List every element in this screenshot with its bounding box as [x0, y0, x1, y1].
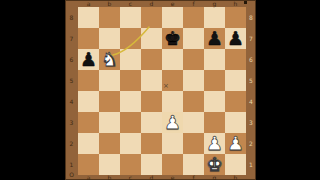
- white-king-g1[interactable]: ♚: [204, 154, 225, 175]
- square-d7[interactable]: [141, 28, 162, 49]
- file-label-bottom-b: b: [99, 174, 120, 180]
- square-e4[interactable]: [162, 91, 183, 112]
- rank-label-right-6: 6: [246, 49, 256, 70]
- square-d6[interactable]: [141, 49, 162, 70]
- square-h2[interactable]: ♟: [225, 133, 246, 154]
- square-h5[interactable]: [225, 70, 246, 91]
- square-c4[interactable]: [120, 91, 141, 112]
- file-label-bottom-d: d: [141, 174, 162, 180]
- white-pawn-g2[interactable]: ♟: [204, 133, 225, 154]
- square-e1[interactable]: [162, 154, 183, 175]
- rank-label-left-5: 5: [65, 70, 78, 91]
- black-pawn-a6[interactable]: ♟: [78, 49, 99, 70]
- square-c5[interactable]: [120, 70, 141, 91]
- file-label-bottom-a: a: [78, 174, 99, 180]
- square-f6[interactable]: [183, 49, 204, 70]
- square-h8[interactable]: [225, 7, 246, 28]
- square-e7[interactable]: ♚: [162, 28, 183, 49]
- file-label-bottom-c: c: [120, 174, 141, 180]
- corner-mark: O: [65, 170, 78, 179]
- black-king-e7[interactable]: ♚: [162, 28, 183, 49]
- square-c6[interactable]: [120, 49, 141, 70]
- square-b3[interactable]: [99, 112, 120, 133]
- mouse-cursor-mark: ×: [161, 81, 171, 91]
- square-c1[interactable]: [120, 154, 141, 175]
- square-b2[interactable]: [99, 133, 120, 154]
- file-label-top-a: a: [78, 0, 99, 7]
- square-a7[interactable]: [78, 28, 99, 49]
- square-g4[interactable]: [204, 91, 225, 112]
- square-b6[interactable]: ♞: [99, 49, 120, 70]
- square-c7[interactable]: [120, 28, 141, 49]
- file-label-bottom-h: h: [225, 174, 246, 180]
- square-h6[interactable]: [225, 49, 246, 70]
- rank-label-left-3: 3: [65, 112, 78, 133]
- square-g3[interactable]: [204, 112, 225, 133]
- white-pawn-e3[interactable]: ♟: [162, 112, 183, 133]
- square-d5[interactable]: [141, 70, 162, 91]
- square-e6[interactable]: [162, 49, 183, 70]
- square-d4[interactable]: [141, 91, 162, 112]
- rank-label-right-2: 2: [246, 133, 256, 154]
- square-f4[interactable]: [183, 91, 204, 112]
- square-a2[interactable]: [78, 133, 99, 154]
- square-g1[interactable]: ♚: [204, 154, 225, 175]
- square-b7[interactable]: [99, 28, 120, 49]
- rank-label-left-8: 8: [65, 7, 78, 28]
- rank-label-right-7: 7: [246, 28, 256, 49]
- square-h3[interactable]: [225, 112, 246, 133]
- square-e8[interactable]: [162, 7, 183, 28]
- rank-label-right-4: 4: [246, 91, 256, 112]
- white-knight-b6[interactable]: ♞: [99, 49, 120, 70]
- square-d8[interactable]: [141, 7, 162, 28]
- file-label-bottom-f: f: [183, 174, 204, 180]
- square-h7[interactable]: ♟: [225, 28, 246, 49]
- square-f2[interactable]: [183, 133, 204, 154]
- file-label-top-d: d: [141, 0, 162, 7]
- corner-dot: [244, 1, 247, 4]
- square-e3[interactable]: ♟: [162, 112, 183, 133]
- square-c3[interactable]: [120, 112, 141, 133]
- square-b5[interactable]: [99, 70, 120, 91]
- square-a6[interactable]: ♟: [78, 49, 99, 70]
- rank-label-right-3: 3: [246, 112, 256, 133]
- square-g7[interactable]: ♟: [204, 28, 225, 49]
- square-c8[interactable]: [120, 7, 141, 28]
- square-a3[interactable]: [78, 112, 99, 133]
- square-f5[interactable]: [183, 70, 204, 91]
- rank-label-right-1: 1: [246, 154, 256, 175]
- rank-label-left-6: 6: [65, 49, 78, 70]
- square-d3[interactable]: [141, 112, 162, 133]
- file-label-bottom-e: e: [162, 174, 183, 180]
- square-f1[interactable]: [183, 154, 204, 175]
- video-frame: ♚♟♟♟♞♟♟♟♚ aa88bb77cc66dd55ee44ff33gg22hh…: [0, 0, 320, 180]
- square-g6[interactable]: [204, 49, 225, 70]
- square-g5[interactable]: [204, 70, 225, 91]
- square-d1[interactable]: [141, 154, 162, 175]
- square-b8[interactable]: [99, 7, 120, 28]
- square-d2[interactable]: [141, 133, 162, 154]
- white-pawn-h2[interactable]: ♟: [225, 133, 246, 154]
- rank-label-right-8: 8: [246, 7, 256, 28]
- file-label-top-c: c: [120, 0, 141, 7]
- square-e2[interactable]: [162, 133, 183, 154]
- rank-label-left-2: 2: [65, 133, 78, 154]
- square-f3[interactable]: [183, 112, 204, 133]
- square-f7[interactable]: [183, 28, 204, 49]
- file-label-top-f: f: [183, 0, 204, 7]
- square-b1[interactable]: [99, 154, 120, 175]
- square-h4[interactable]: [225, 91, 246, 112]
- rank-label-left-4: 4: [65, 91, 78, 112]
- board-squares: ♚♟♟♟♞♟♟♟♚: [78, 7, 246, 175]
- black-pawn-h7[interactable]: ♟: [225, 28, 246, 49]
- file-label-top-h: h: [225, 0, 246, 7]
- square-f8[interactable]: [183, 7, 204, 28]
- square-h1[interactable]: [225, 154, 246, 175]
- square-c2[interactable]: [120, 133, 141, 154]
- rank-label-right-5: 5: [246, 70, 256, 91]
- file-label-top-e: e: [162, 0, 183, 7]
- square-g2[interactable]: ♟: [204, 133, 225, 154]
- square-a8[interactable]: [78, 7, 99, 28]
- square-g8[interactable]: [204, 7, 225, 28]
- square-b4[interactable]: [99, 91, 120, 112]
- square-a4[interactable]: [78, 91, 99, 112]
- rank-label-left-7: 7: [65, 28, 78, 49]
- file-label-top-g: g: [204, 0, 225, 7]
- file-label-top-b: b: [99, 0, 120, 7]
- square-a5[interactable]: [78, 70, 99, 91]
- black-pawn-g7[interactable]: ♟: [204, 28, 225, 49]
- square-a1[interactable]: [78, 154, 99, 175]
